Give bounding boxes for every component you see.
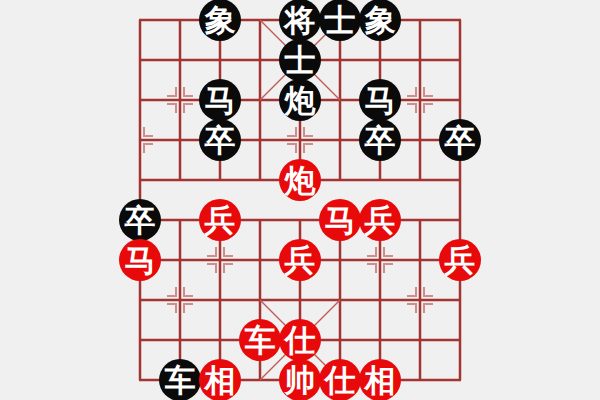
piece-red-horse[interactable]: 马	[119, 239, 161, 281]
piece-red-cannon[interactable]: 炮	[279, 159, 321, 201]
point-marker	[167, 104, 176, 113]
piece-red-elephant[interactable]: 相	[359, 359, 401, 400]
piece-red-general[interactable]: 帅	[279, 359, 321, 400]
point-marker	[167, 287, 176, 296]
point-marker	[184, 87, 193, 96]
point-marker	[184, 304, 193, 313]
point-marker	[184, 104, 193, 113]
piece-red-advisor[interactable]: 仕	[279, 319, 321, 361]
piece-black-soldier[interactable]: 卒	[119, 199, 161, 241]
point-marker	[407, 287, 416, 296]
point-marker	[184, 287, 193, 296]
piece-black-soldier[interactable]: 卒	[199, 119, 241, 161]
point-marker	[144, 144, 153, 153]
piece-red-chariot[interactable]: 车	[239, 319, 281, 361]
point-marker	[167, 87, 176, 96]
point-marker	[167, 304, 176, 313]
point-marker	[384, 247, 393, 256]
point-marker	[304, 127, 313, 136]
piece-red-soldier[interactable]: 兵	[359, 199, 401, 241]
point-marker	[367, 264, 376, 273]
point-marker	[224, 264, 233, 273]
piece-black-cannon[interactable]: 炮	[279, 79, 321, 121]
point-marker	[407, 104, 416, 113]
point-marker	[304, 144, 313, 153]
piece-red-soldier[interactable]: 兵	[279, 239, 321, 281]
point-marker	[424, 304, 433, 313]
point-marker	[287, 127, 296, 136]
point-marker	[367, 247, 376, 256]
piece-black-general[interactable]: 将	[279, 0, 321, 41]
point-marker	[224, 247, 233, 256]
piece-black-horse[interactable]: 马	[199, 79, 241, 121]
xiangqi-board: 象将士象士马炮马卒卒卒炮卒兵马兵马兵兵车仕车相帅仕相	[0, 0, 600, 400]
point-marker	[424, 287, 433, 296]
piece-red-soldier[interactable]: 兵	[439, 239, 481, 281]
piece-black-soldier[interactable]: 卒	[359, 119, 401, 161]
piece-black-elephant[interactable]: 象	[199, 0, 241, 41]
point-marker	[207, 264, 216, 273]
piece-red-horse[interactable]: 马	[319, 199, 361, 241]
piece-red-elephant[interactable]: 相	[199, 359, 241, 400]
piece-black-chariot[interactable]: 车	[159, 359, 201, 400]
point-marker	[384, 264, 393, 273]
point-marker	[424, 104, 433, 113]
point-marker	[144, 127, 153, 136]
point-marker	[407, 87, 416, 96]
piece-black-soldier[interactable]: 卒	[439, 119, 481, 161]
piece-black-advisor[interactable]: 士	[279, 39, 321, 81]
xiangqi-app: 象将士象士马炮马卒卒卒炮卒兵马兵马兵兵车仕车相帅仕相	[0, 0, 600, 400]
piece-black-advisor[interactable]: 士	[319, 0, 361, 41]
piece-red-advisor[interactable]: 仕	[319, 359, 361, 400]
point-marker	[287, 144, 296, 153]
point-marker	[424, 87, 433, 96]
piece-black-horse[interactable]: 马	[359, 79, 401, 121]
point-marker	[407, 304, 416, 313]
point-marker	[207, 247, 216, 256]
piece-red-soldier[interactable]: 兵	[199, 199, 241, 241]
piece-black-elephant[interactable]: 象	[359, 0, 401, 41]
